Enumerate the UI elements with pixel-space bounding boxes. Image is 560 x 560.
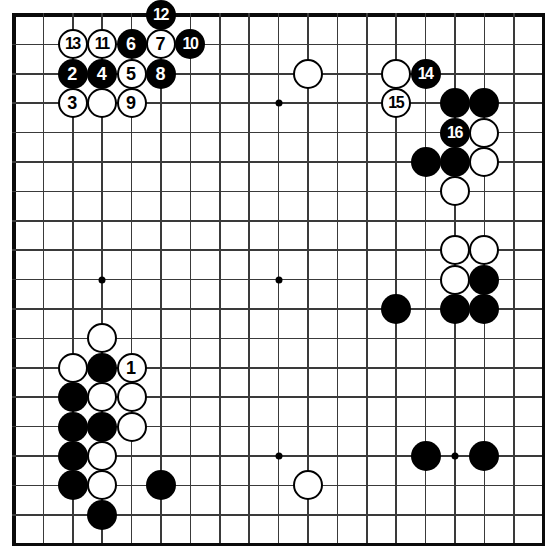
stone-white	[87, 382, 117, 412]
stone-black	[87, 500, 117, 530]
stone-black-move-12: 12	[146, 0, 176, 30]
go-diagram: 12131167102458143915161	[0, 0, 560, 560]
move-number-label: 10	[182, 36, 197, 52]
stone-white	[87, 88, 117, 118]
stone-black	[146, 470, 176, 500]
stone-white	[469, 118, 499, 148]
board-vertical-line	[542, 13, 545, 546]
stone-black	[469, 88, 499, 118]
move-number-label: 13	[65, 36, 80, 52]
stone-white-move-1: 1	[117, 353, 147, 383]
stone-black	[411, 441, 441, 471]
board-vertical-line	[337, 13, 339, 546]
stone-white	[117, 382, 147, 412]
stone-white	[117, 412, 147, 442]
stone-black-move-8: 8	[146, 59, 176, 89]
go-board: 12131167102458143915161	[0, 0, 560, 560]
stone-white	[469, 235, 499, 265]
stone-white	[58, 353, 88, 383]
star-point	[275, 100, 282, 107]
stone-black	[87, 353, 117, 383]
move-number-label: 12	[153, 7, 168, 23]
stone-white	[87, 470, 117, 500]
move-number-label: 3	[67, 94, 77, 112]
stone-black	[469, 265, 499, 295]
move-number-label: 4	[97, 65, 107, 83]
board-vertical-line	[307, 13, 309, 546]
stone-black-move-6: 6	[117, 29, 147, 59]
star-point	[452, 453, 459, 460]
move-number-label: 1	[126, 359, 136, 377]
stone-white	[293, 59, 323, 89]
stone-black	[58, 382, 88, 412]
stone-white	[440, 265, 470, 295]
stone-white-move-3: 3	[58, 88, 88, 118]
stone-white	[381, 59, 411, 89]
stone-white	[87, 323, 117, 353]
move-number-label: 7	[155, 35, 165, 53]
move-number-label: 16	[447, 125, 462, 141]
stone-black	[440, 294, 470, 324]
board-horizontal-line	[12, 543, 545, 546]
stone-white	[87, 441, 117, 471]
stone-white	[469, 147, 499, 177]
stone-black	[58, 470, 88, 500]
star-point	[275, 276, 282, 283]
stone-black	[58, 412, 88, 442]
stone-black	[440, 88, 470, 118]
move-number-label: 15	[388, 95, 403, 111]
stone-white	[440, 235, 470, 265]
stone-black	[440, 147, 470, 177]
stone-black	[469, 294, 499, 324]
stone-white-move-11: 11	[87, 29, 117, 59]
move-number-label: 9	[126, 94, 136, 112]
board-vertical-line	[366, 13, 368, 546]
board-vertical-line	[513, 13, 515, 546]
stone-black-move-4: 4	[87, 59, 117, 89]
stone-white-move-15: 15	[381, 88, 411, 118]
stone-black	[411, 147, 441, 177]
stone-black	[381, 294, 411, 324]
move-number-label: 11	[95, 36, 109, 52]
star-point	[275, 453, 282, 460]
move-number-label: 6	[126, 35, 136, 53]
stone-white-move-9: 9	[117, 88, 147, 118]
stone-black-move-10: 10	[175, 29, 205, 59]
stone-white	[440, 176, 470, 206]
move-number-label: 2	[67, 65, 77, 83]
stone-white-move-5: 5	[117, 59, 147, 89]
stone-white-move-13: 13	[58, 29, 88, 59]
stone-black-move-2: 2	[58, 59, 88, 89]
stone-black-move-16: 16	[440, 118, 470, 148]
move-number-label: 14	[418, 66, 433, 82]
move-number-label: 8	[155, 65, 165, 83]
stone-black-move-14: 14	[411, 59, 441, 89]
move-number-label: 5	[126, 65, 136, 83]
stone-black	[469, 441, 499, 471]
star-point	[99, 276, 106, 283]
stone-black	[87, 412, 117, 442]
stone-white	[293, 470, 323, 500]
stone-white-move-7: 7	[146, 29, 176, 59]
stone-black	[58, 441, 88, 471]
